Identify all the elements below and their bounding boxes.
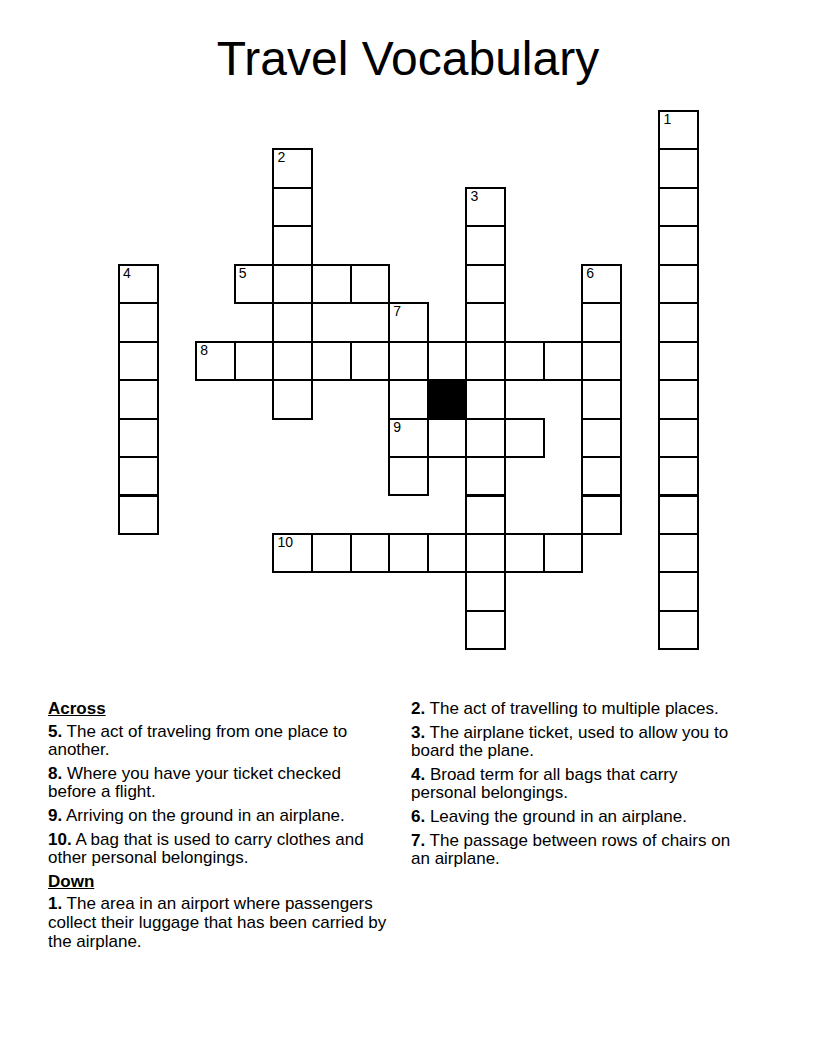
- grid-cell[interactable]: [658, 379, 699, 419]
- grid-cell[interactable]: [658, 264, 699, 304]
- grid-cell[interactable]: [465, 495, 506, 535]
- cell-number: 4: [123, 266, 131, 281]
- grid-cell[interactable]: 8: [195, 341, 236, 381]
- grid-cell[interactable]: [272, 341, 313, 381]
- grid-cell[interactable]: [272, 379, 313, 419]
- grid-cell[interactable]: [427, 418, 468, 458]
- grid-cell[interactable]: [272, 225, 313, 265]
- grid-cell[interactable]: [581, 341, 622, 381]
- grid-cell[interactable]: [658, 148, 699, 188]
- clue-item: 10. A bag that is used to carry clothes …: [48, 831, 388, 868]
- clue-item: 7. The passage between rows of chairs on…: [411, 832, 741, 869]
- grid-cell[interactable]: [658, 187, 699, 227]
- grid-cell[interactable]: [465, 379, 506, 419]
- grid-cell[interactable]: [658, 571, 699, 611]
- down-clue-list-first: 1. The area in an airport where passenge…: [48, 895, 388, 951]
- page-title: Travel Vocabulary: [0, 33, 816, 85]
- down-heading: Down: [48, 873, 388, 892]
- down-clue-list-rest: 2. The act of travelling to multiple pla…: [411, 700, 741, 869]
- grid-cell[interactable]: [465, 341, 506, 381]
- grid-cell[interactable]: [118, 456, 159, 496]
- grid-cell[interactable]: 7: [388, 302, 429, 342]
- clue-item: 3. The airplane ticket, used to allow yo…: [411, 724, 741, 761]
- grid-cell[interactable]: [388, 533, 429, 573]
- cell-number: 8: [200, 343, 208, 358]
- grid-cell[interactable]: [465, 456, 506, 496]
- grid-cell[interactable]: [581, 379, 622, 419]
- across-heading: Across: [48, 700, 388, 719]
- grid-cell[interactable]: [658, 225, 699, 265]
- grid-cell[interactable]: [118, 341, 159, 381]
- grid-cell[interactable]: [118, 418, 159, 458]
- grid-cell[interactable]: [272, 264, 313, 304]
- grid-cell[interactable]: [658, 533, 699, 573]
- grid-cell[interactable]: 6: [581, 264, 622, 304]
- grid-cell[interactable]: [504, 341, 545, 381]
- grid-cell[interactable]: [465, 610, 506, 650]
- cell-number: 5: [239, 266, 247, 281]
- grid-cell[interactable]: [272, 302, 313, 342]
- across-clue-list: 5. The act of traveling from one place t…: [48, 723, 388, 868]
- grid-cell[interactable]: [311, 264, 352, 304]
- grid-cell[interactable]: 3: [465, 187, 506, 227]
- grid-cell[interactable]: 1: [658, 110, 699, 150]
- grid-cell[interactable]: [118, 379, 159, 419]
- grid-cell[interactable]: [465, 533, 506, 573]
- grid-cell[interactable]: [504, 418, 545, 458]
- clue-item: 6. Leaving the ground in an airplane.: [411, 808, 741, 827]
- clues-right-column: 2. The act of travelling to multiple pla…: [411, 700, 741, 874]
- grid-cell[interactable]: [388, 456, 429, 496]
- grid-cell[interactable]: [272, 187, 313, 227]
- grid-cell[interactable]: 2: [272, 148, 313, 188]
- grid-cell[interactable]: [543, 533, 584, 573]
- grid-cell[interactable]: [388, 379, 429, 419]
- grid-cell[interactable]: [427, 341, 468, 381]
- clue-item: 9. Arriving on the ground in an airplane…: [48, 807, 388, 826]
- clues-left-column: Across 5. The act of traveling from one …: [48, 700, 388, 956]
- grid-cell[interactable]: [118, 495, 159, 535]
- grid-cell[interactable]: 10: [272, 533, 313, 573]
- clue-item: 1. The area in an airport where passenge…: [48, 895, 388, 951]
- grid-cell[interactable]: [658, 302, 699, 342]
- cell-number: 9: [393, 420, 401, 435]
- grid-cell[interactable]: [658, 341, 699, 381]
- grid-cell[interactable]: [350, 533, 391, 573]
- cell-number: 2: [277, 150, 285, 165]
- grid-cell[interactable]: [350, 341, 391, 381]
- black-cell: [427, 379, 468, 419]
- clue-item: 2. The act of travelling to multiple pla…: [411, 700, 741, 719]
- grid-cell[interactable]: 9: [388, 418, 429, 458]
- grid-cell[interactable]: [465, 571, 506, 611]
- cell-number: 3: [470, 189, 478, 204]
- grid-cell[interactable]: [581, 495, 622, 535]
- grid-cell[interactable]: [465, 225, 506, 265]
- grid-cell[interactable]: [658, 610, 699, 650]
- grid-cell[interactable]: [658, 495, 699, 535]
- grid-cell[interactable]: [658, 456, 699, 496]
- grid-cell[interactable]: [658, 418, 699, 458]
- grid-cell[interactable]: [465, 264, 506, 304]
- cell-number: 10: [277, 535, 293, 550]
- grid-cell[interactable]: [465, 418, 506, 458]
- grid-cell[interactable]: 4: [118, 264, 159, 304]
- grid-cell[interactable]: [504, 533, 545, 573]
- cell-number: 6: [586, 266, 594, 281]
- grid-cell[interactable]: [427, 533, 468, 573]
- clue-item: 8. Where you have your ticket checked be…: [48, 765, 388, 802]
- cell-number: 7: [393, 304, 401, 319]
- grid-cell[interactable]: [581, 302, 622, 342]
- cell-number: 1: [663, 112, 671, 127]
- clue-item: 4. Broad term for all bags that carry pe…: [411, 766, 741, 803]
- grid-cell[interactable]: [581, 418, 622, 458]
- grid-cell[interactable]: [118, 302, 159, 342]
- grid-cell[interactable]: [543, 341, 584, 381]
- clue-item: 5. The act of traveling from one place t…: [48, 723, 388, 760]
- grid-cell[interactable]: [311, 341, 352, 381]
- grid-cell[interactable]: [388, 341, 429, 381]
- grid-cell[interactable]: [311, 533, 352, 573]
- grid-cell[interactable]: [350, 264, 391, 304]
- grid-cell[interactable]: [581, 456, 622, 496]
- grid-cell[interactable]: 5: [234, 264, 275, 304]
- grid-cell[interactable]: [234, 341, 275, 381]
- grid-cell[interactable]: [465, 302, 506, 342]
